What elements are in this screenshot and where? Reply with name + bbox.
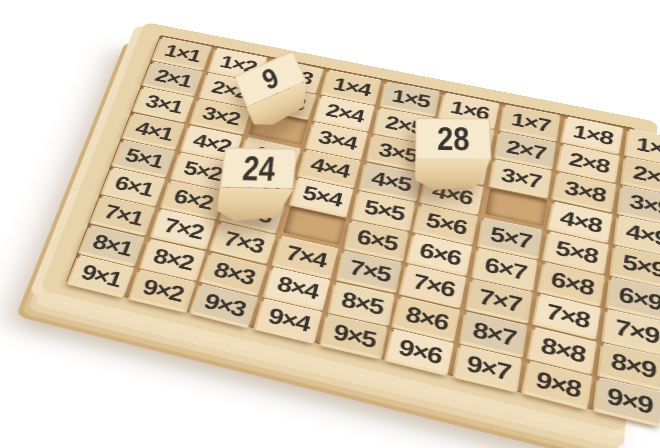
tile-label: 6×7 xyxy=(483,254,527,283)
tile-label: 7×9 xyxy=(613,315,659,347)
board-well: 1×11×21×31×41×51×61×71×81×92×12×22×32×42… xyxy=(66,35,635,412)
tile-label: 3×4 xyxy=(316,127,358,153)
tile-label: 2×1 xyxy=(153,66,194,90)
flipped-answer-cube-24[interactable]: 24 xyxy=(216,147,297,221)
tile-label: 9×1 xyxy=(79,260,125,289)
tile-label: 1×4 xyxy=(331,74,372,98)
tile-label: 8×6 xyxy=(404,302,450,333)
tile-label: 7×5 xyxy=(347,256,391,285)
tile-label: 3×9 xyxy=(628,191,660,219)
times-table-grid: 1×11×21×31×41×51×61×71×81×92×12×22×32×42… xyxy=(69,37,631,409)
cube-top-face: 24 xyxy=(220,147,297,189)
tile-label: 4×4 xyxy=(309,155,352,181)
tile-label: 9×9 xyxy=(605,384,652,418)
tile-label: 1×5 xyxy=(390,86,430,110)
tile-label: 5×5 xyxy=(363,196,406,223)
tile-label: 3×1 xyxy=(143,92,185,117)
tile-label: 8×5 xyxy=(340,287,385,317)
tile-label: 9×4 xyxy=(266,304,312,335)
tile-label: 2×9 xyxy=(631,162,660,189)
tile-label: 7×3 xyxy=(222,228,267,257)
tile-label: 6×6 xyxy=(418,239,463,268)
tile-label: 2×8 xyxy=(567,149,610,176)
tile-label: 6×9 xyxy=(617,283,660,314)
tile-label: 8×4 xyxy=(275,273,320,303)
cube-answer-label: 28 xyxy=(437,122,470,155)
tile-label: 5×2 xyxy=(181,157,224,183)
tile-label: 5×7 xyxy=(489,223,533,252)
tile-label: 7×4 xyxy=(284,242,329,271)
tile-label: 1×1 xyxy=(162,41,203,64)
tile-label: 4×8 xyxy=(558,207,602,236)
tile-label: 8×8 xyxy=(539,333,586,366)
tile-label: 9×8 xyxy=(534,367,582,401)
tile-label: 7×8 xyxy=(544,300,591,332)
tile-label: 8×3 xyxy=(212,258,258,288)
tile-label: 8×9 xyxy=(609,349,656,382)
flipped-answer-cube-28[interactable]: 28 xyxy=(415,118,492,190)
multiplication-board-scene: 1×11×21×31×41×51×61×71×81×92×12×22×32×42… xyxy=(0,0,660,448)
tile-label: 4×1 xyxy=(133,118,175,143)
tile-label: 1×8 xyxy=(571,121,614,147)
tile-label: 5×4 xyxy=(301,183,344,210)
wooden-tray: 1×11×21×31×41×51×61×71×81×92×12×22×32×42… xyxy=(40,22,658,432)
tile-label: 7×7 xyxy=(478,285,523,315)
tile-label: 5×8 xyxy=(554,237,599,267)
tile-label: 6×1 xyxy=(112,172,156,199)
tile-label: 1×7 xyxy=(510,109,551,134)
tile-label: 4×5 xyxy=(370,167,412,194)
tile-label: 9×7 xyxy=(465,351,511,384)
tile-label: 5×6 xyxy=(425,209,469,237)
cube-side-face xyxy=(216,187,294,222)
tile-label: 5×1 xyxy=(123,145,166,171)
cube-answer-label: 24 xyxy=(241,151,277,186)
tile-label: 5×9 xyxy=(621,251,660,281)
tile-label: 9×2 xyxy=(140,275,185,305)
tile-label: 6×8 xyxy=(549,268,595,298)
cube-top-face: 28 xyxy=(415,118,491,158)
tile-label: 3×8 xyxy=(563,177,607,205)
tile-label: 9×3 xyxy=(202,289,249,320)
tile-label: 4×9 xyxy=(624,221,660,250)
tile-label: 3×2 xyxy=(200,103,241,128)
tile-label: 8×2 xyxy=(151,244,196,273)
tile-label: 8×1 xyxy=(90,230,135,259)
tile-label: 8×7 xyxy=(472,317,518,348)
tile-label: 1×9 xyxy=(635,134,660,160)
tile-label: 7×1 xyxy=(101,201,145,229)
tile-label: 9×5 xyxy=(331,320,377,351)
tile-label: 6×5 xyxy=(355,226,398,254)
tile-label: 7×6 xyxy=(411,270,457,300)
tile-label: 6×2 xyxy=(171,185,214,212)
cube-side-face xyxy=(415,157,492,190)
cube-answer-label: 9 xyxy=(258,63,282,94)
tile-label: 3×7 xyxy=(500,165,542,192)
tile-label: 7×2 xyxy=(161,214,205,242)
tile-label: 2×4 xyxy=(324,100,366,125)
tile-label: 2×7 xyxy=(505,137,547,163)
tile-label: 3×5 xyxy=(377,140,419,166)
tile-label: 9×6 xyxy=(397,335,444,367)
